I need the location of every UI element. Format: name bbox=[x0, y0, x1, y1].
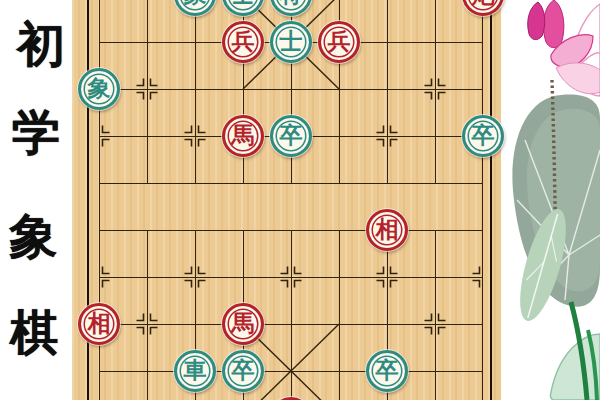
title-char-3: 象 bbox=[9, 212, 57, 260]
lotus-illustration-icon bbox=[501, 0, 600, 400]
board-cell bbox=[339, 89, 387, 136]
piece-glyph: 相 bbox=[88, 312, 111, 335]
board-cell bbox=[435, 42, 483, 89]
board-cell bbox=[387, 42, 435, 89]
board-cell bbox=[387, 89, 435, 136]
piece-glyph: 士 bbox=[232, 0, 255, 6]
board-cell bbox=[99, 183, 147, 230]
board-cell bbox=[243, 230, 291, 277]
board-cell bbox=[147, 230, 195, 277]
board-cell bbox=[99, 0, 147, 42]
lotus-strip bbox=[501, 0, 600, 400]
board-cell bbox=[387, 136, 435, 183]
board-cell bbox=[435, 230, 483, 277]
board-cell bbox=[387, 0, 435, 42]
piece-red-elephant[interactable]: 相 bbox=[78, 303, 120, 345]
board-cell bbox=[147, 136, 195, 183]
board-cell bbox=[243, 183, 291, 230]
piece-glyph: 相 bbox=[376, 218, 399, 241]
board-cell bbox=[387, 277, 435, 324]
title-char-1: 初 bbox=[17, 20, 65, 68]
piece-black-advisor[interactable]: 士 bbox=[270, 21, 312, 63]
piece-glyph: 象 bbox=[88, 77, 111, 100]
piece-glyph: 卒 bbox=[472, 124, 495, 147]
piece-black-pawn[interactable]: 卒 bbox=[270, 115, 312, 157]
piece-red-pawn[interactable]: 兵 bbox=[222, 21, 264, 63]
piece-glyph: 卒 bbox=[232, 359, 255, 382]
board-cell bbox=[435, 371, 483, 400]
board-cell bbox=[147, 277, 195, 324]
piece-glyph: 卒 bbox=[376, 359, 399, 382]
piece-black-chariot[interactable]: 車 bbox=[174, 350, 216, 392]
piece-red-elephant[interactable]: 相 bbox=[366, 209, 408, 251]
piece-red-horse[interactable]: 馬 bbox=[222, 115, 264, 157]
left-title-strip: 初 学 象 棋 bbox=[0, 0, 72, 400]
board-cell bbox=[99, 136, 147, 183]
piece-glyph: 兵 bbox=[328, 30, 351, 53]
piece-glyph: 車 bbox=[184, 359, 207, 382]
board-cell bbox=[147, 42, 195, 89]
piece-glyph: 馬 bbox=[232, 124, 255, 147]
piece-black-elephant[interactable]: 象 bbox=[78, 68, 120, 110]
piece-red-pawn[interactable]: 兵 bbox=[318, 21, 360, 63]
piece-glyph: 馬 bbox=[232, 312, 255, 335]
piece-glyph: 兵 bbox=[232, 30, 255, 53]
piece-glyph: 炮 bbox=[472, 0, 495, 6]
title-char-2: 学 bbox=[12, 108, 60, 156]
piece-red-horse[interactable]: 馬 bbox=[222, 303, 264, 345]
title-char-4: 棋 bbox=[10, 308, 58, 356]
board[interactable]: 象士将炮兵士兵象馬卒卒相相馬車卒卒帥 bbox=[72, 0, 501, 400]
board-cell bbox=[435, 324, 483, 371]
board-cell bbox=[291, 371, 339, 400]
board-cell bbox=[195, 183, 243, 230]
board-cell bbox=[291, 324, 339, 371]
board-cell bbox=[147, 183, 195, 230]
piece-glyph: 卒 bbox=[280, 124, 303, 147]
board-cell bbox=[435, 277, 483, 324]
piece-glyph: 象 bbox=[184, 0, 207, 6]
board-cell bbox=[435, 183, 483, 230]
board-cell bbox=[99, 230, 147, 277]
board-cell bbox=[339, 277, 387, 324]
board-cell bbox=[195, 230, 243, 277]
board-cell bbox=[147, 89, 195, 136]
piece-glyph: 士 bbox=[280, 30, 303, 53]
board-cell bbox=[339, 136, 387, 183]
board-cell bbox=[99, 371, 147, 400]
board-cell bbox=[291, 277, 339, 324]
board-cell bbox=[291, 183, 339, 230]
piece-black-pawn[interactable]: 卒 bbox=[462, 115, 504, 157]
piece-glyph: 将 bbox=[280, 0, 303, 6]
piece-black-pawn[interactable]: 卒 bbox=[366, 350, 408, 392]
piece-black-pawn[interactable]: 卒 bbox=[222, 350, 264, 392]
screenshot-stage: 初 学 象 棋 象士将炮兵士兵象馬卒卒相相馬車卒卒帥 bbox=[0, 0, 600, 400]
board-cell bbox=[291, 230, 339, 277]
